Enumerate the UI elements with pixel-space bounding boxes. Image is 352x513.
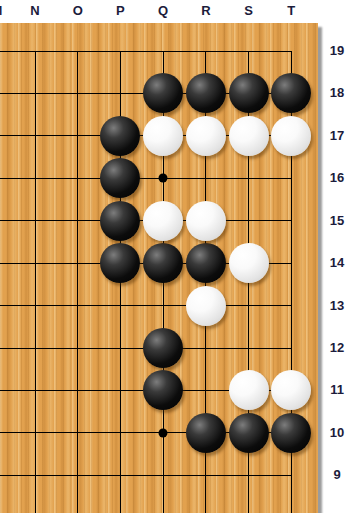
row-label-12: 12: [324, 340, 350, 356]
column-label-t: T: [280, 2, 302, 20]
stone-black-r14[interactable]: [186, 243, 226, 283]
stone-black-q18[interactable]: [143, 73, 183, 113]
stone-black-q14[interactable]: [143, 243, 183, 283]
grid-line-vertical-o: [77, 51, 78, 513]
grid-line-horizontal-16: [0, 178, 292, 179]
stone-white-s14[interactable]: [229, 243, 269, 283]
column-label-s: S: [238, 2, 260, 20]
grid-line-horizontal-13: [0, 305, 292, 306]
stone-white-q17[interactable]: [143, 116, 183, 156]
stone-white-s17[interactable]: [229, 116, 269, 156]
stone-black-t18[interactable]: [271, 73, 311, 113]
stone-black-p17[interactable]: [100, 116, 140, 156]
star-point-q10: [159, 428, 168, 437]
stone-black-t10[interactable]: [271, 413, 311, 453]
stone-white-r17[interactable]: [186, 116, 226, 156]
row-label-9: 9: [324, 467, 350, 483]
stone-black-p16[interactable]: [100, 158, 140, 198]
grid-line-horizontal-19: [0, 51, 292, 52]
column-label-p: P: [109, 2, 131, 20]
row-label-15: 15: [324, 213, 350, 229]
stone-white-q15[interactable]: [143, 201, 183, 241]
stone-white-s11[interactable]: [229, 370, 269, 410]
stone-black-r10[interactable]: [186, 413, 226, 453]
row-label-10: 10: [324, 425, 350, 441]
stone-black-p14[interactable]: [100, 243, 140, 283]
row-label-14: 14: [324, 255, 350, 271]
grid-line-horizontal-9: [0, 475, 292, 476]
grid-line-vertical-n: [35, 51, 36, 513]
stone-black-r18[interactable]: [186, 73, 226, 113]
row-label-13: 13: [324, 298, 350, 314]
stone-white-t11[interactable]: [271, 370, 311, 410]
stone-black-p15[interactable]: [100, 201, 140, 241]
stone-white-r13[interactable]: [186, 286, 226, 326]
row-label-19: 19: [324, 43, 350, 59]
column-label-o: O: [67, 2, 89, 20]
star-point-q16: [159, 174, 168, 183]
stone-black-q11[interactable]: [143, 370, 183, 410]
column-label-partial-m: M: [0, 2, 8, 20]
row-label-17: 17: [324, 128, 350, 144]
column-label-n: N: [24, 2, 46, 20]
stone-white-r15[interactable]: [186, 201, 226, 241]
go-board-screenshot: NOPQRSTM1918171615141312111098: [0, 0, 352, 513]
stone-black-s18[interactable]: [229, 73, 269, 113]
stone-white-t17[interactable]: [271, 116, 311, 156]
stone-black-q12[interactable]: [143, 328, 183, 368]
row-label-18: 18: [324, 85, 350, 101]
row-label-16: 16: [324, 170, 350, 186]
row-label-11: 11: [324, 382, 350, 398]
column-label-r: R: [195, 2, 217, 20]
stone-black-s10[interactable]: [229, 413, 269, 453]
column-label-q: Q: [152, 2, 174, 20]
